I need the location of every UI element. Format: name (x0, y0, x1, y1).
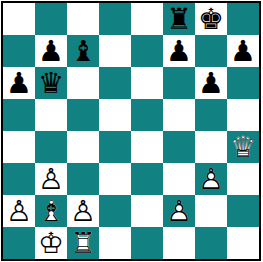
square-b6[interactable]: ♛ (35, 67, 67, 99)
square-a3[interactable] (3, 163, 35, 195)
piece-outline: ♙ (35, 163, 67, 195)
square-d7[interactable] (99, 35, 131, 67)
square-e6[interactable] (131, 67, 163, 99)
piece-white-bishop: ♝♗ (35, 195, 67, 227)
square-c7[interactable]: ♝ (67, 35, 99, 67)
square-c4[interactable] (67, 131, 99, 163)
square-b4[interactable] (35, 131, 67, 163)
square-a4[interactable] (3, 131, 35, 163)
square-f6[interactable] (163, 67, 195, 99)
square-b8[interactable] (35, 3, 67, 35)
piece-outline: ♙ (163, 195, 195, 227)
square-g3[interactable]: ♟♙ (195, 163, 227, 195)
piece-outline: ♙ (195, 163, 227, 195)
piece-outline: ♖ (67, 227, 99, 259)
square-b1[interactable]: ♚♔ (35, 227, 67, 259)
square-a1[interactable] (3, 227, 35, 259)
square-f7[interactable]: ♟ (163, 35, 195, 67)
piece-white-king: ♚♔ (35, 227, 67, 259)
piece-white-pawn: ♟♙ (35, 163, 67, 195)
piece-white-pawn: ♟♙ (67, 195, 99, 227)
square-f5[interactable] (163, 99, 195, 131)
square-g2[interactable] (195, 195, 227, 227)
piece-glyph: ♚ (195, 3, 227, 35)
piece-outline: ♔ (35, 227, 67, 259)
square-e7[interactable] (131, 35, 163, 67)
piece-outline: ♙ (3, 195, 35, 227)
chess-board-frame: ♜♚♟♝♟♟♟♛♟♛♕♟♙♟♙♟♙♝♗♟♙♟♙♚♔♜♖ (1, 1, 261, 261)
piece-glyph: ♟ (195, 67, 227, 99)
square-a2[interactable]: ♟♙ (3, 195, 35, 227)
square-d6[interactable] (99, 67, 131, 99)
square-e1[interactable] (131, 227, 163, 259)
square-f2[interactable]: ♟♙ (163, 195, 195, 227)
square-b3[interactable]: ♟♙ (35, 163, 67, 195)
square-c2[interactable]: ♟♙ (67, 195, 99, 227)
square-g5[interactable] (195, 99, 227, 131)
square-c5[interactable] (67, 99, 99, 131)
square-b7[interactable]: ♟ (35, 35, 67, 67)
square-g4[interactable] (195, 131, 227, 163)
piece-glyph: ♟ (227, 35, 259, 67)
piece-black-pawn: ♟ (227, 35, 259, 67)
square-d4[interactable] (99, 131, 131, 163)
square-a7[interactable] (3, 35, 35, 67)
square-a8[interactable] (3, 3, 35, 35)
square-c3[interactable] (67, 163, 99, 195)
chess-board: ♜♚♟♝♟♟♟♛♟♛♕♟♙♟♙♟♙♝♗♟♙♟♙♚♔♜♖ (3, 3, 259, 259)
square-f4[interactable] (163, 131, 195, 163)
square-g6[interactable]: ♟ (195, 67, 227, 99)
piece-white-queen: ♛♕ (227, 131, 259, 163)
square-f8[interactable]: ♜ (163, 3, 195, 35)
square-g1[interactable] (195, 227, 227, 259)
square-c8[interactable] (67, 3, 99, 35)
square-g8[interactable]: ♚ (195, 3, 227, 35)
piece-black-pawn: ♟ (3, 67, 35, 99)
square-e4[interactable] (131, 131, 163, 163)
piece-glyph: ♝ (67, 35, 99, 67)
square-d1[interactable] (99, 227, 131, 259)
square-c1[interactable]: ♜♖ (67, 227, 99, 259)
square-d5[interactable] (99, 99, 131, 131)
square-h7[interactable]: ♟ (227, 35, 259, 67)
square-e5[interactable] (131, 99, 163, 131)
piece-black-pawn: ♟ (163, 35, 195, 67)
square-d8[interactable] (99, 3, 131, 35)
piece-black-bishop: ♝ (67, 35, 99, 67)
piece-glyph: ♛ (35, 67, 67, 99)
square-d2[interactable] (99, 195, 131, 227)
square-h5[interactable] (227, 99, 259, 131)
square-h6[interactable] (227, 67, 259, 99)
piece-glyph: ♟ (163, 35, 195, 67)
piece-outline: ♗ (35, 195, 67, 227)
piece-glyph: ♟ (35, 35, 67, 67)
square-e8[interactable] (131, 3, 163, 35)
square-h3[interactable] (227, 163, 259, 195)
square-a5[interactable] (3, 99, 35, 131)
piece-black-pawn: ♟ (195, 67, 227, 99)
square-h4[interactable]: ♛♕ (227, 131, 259, 163)
piece-white-pawn: ♟♙ (195, 163, 227, 195)
piece-glyph: ♜ (163, 3, 195, 35)
square-d3[interactable] (99, 163, 131, 195)
square-f1[interactable] (163, 227, 195, 259)
square-g7[interactable] (195, 35, 227, 67)
square-c6[interactable] (67, 67, 99, 99)
square-e2[interactable] (131, 195, 163, 227)
piece-glyph: ♟ (3, 67, 35, 99)
piece-black-queen: ♛ (35, 67, 67, 99)
piece-black-king: ♚ (195, 3, 227, 35)
square-e3[interactable] (131, 163, 163, 195)
piece-black-rook: ♜ (163, 3, 195, 35)
piece-white-rook: ♜♖ (67, 227, 99, 259)
square-h8[interactable] (227, 3, 259, 35)
piece-white-pawn: ♟♙ (163, 195, 195, 227)
square-f3[interactable] (163, 163, 195, 195)
square-h2[interactable] (227, 195, 259, 227)
square-a6[interactable]: ♟ (3, 67, 35, 99)
piece-outline: ♙ (67, 195, 99, 227)
square-b5[interactable] (35, 99, 67, 131)
square-h1[interactable] (227, 227, 259, 259)
square-b2[interactable]: ♝♗ (35, 195, 67, 227)
piece-black-pawn: ♟ (35, 35, 67, 67)
piece-outline: ♕ (227, 131, 259, 163)
piece-white-pawn: ♟♙ (3, 195, 35, 227)
